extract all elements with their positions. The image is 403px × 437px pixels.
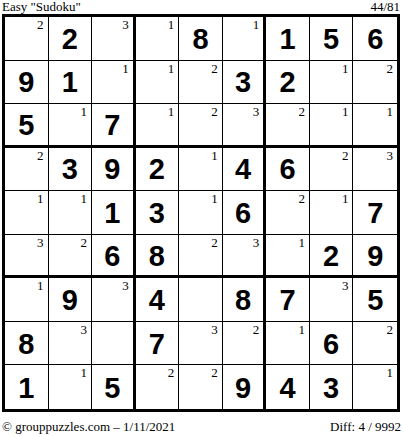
cell-r9c5[interactable]: 2: [179, 365, 223, 409]
cell-r6c2[interactable]: 2: [49, 235, 93, 279]
given-digit: 6: [353, 17, 397, 60]
pencil-mark: 1: [298, 235, 305, 251]
pencil-mark: 2: [342, 148, 349, 164]
cell-r5c1[interactable]: 1: [5, 191, 49, 235]
cell-r3c8[interactable]: 1: [310, 104, 354, 148]
cell-r6c1[interactable]: 3: [5, 235, 49, 279]
given-digit: 4: [136, 278, 179, 321]
cell-r8c9[interactable]: 2: [353, 322, 397, 366]
given-digit: 6: [223, 191, 264, 234]
cell-r5c4[interactable]: 3: [136, 191, 180, 235]
pencil-mark: 2: [168, 365, 175, 381]
given-digit: 3: [136, 191, 179, 234]
given-digit: 5: [5, 104, 48, 145]
cell-r1c6[interactable]: 1: [223, 17, 267, 61]
cell-r2c1[interactable]: 9: [5, 61, 49, 105]
cell-r6c3[interactable]: 6: [92, 235, 136, 279]
cell-r1c1[interactable]: 2: [5, 17, 49, 61]
given-digit: 8: [5, 322, 48, 365]
pencil-mark: 1: [211, 148, 218, 164]
cell-r4c1[interactable]: 2: [5, 148, 49, 192]
cell-r7c5[interactable]: [179, 278, 223, 322]
cell-r8c2[interactable]: 3: [49, 322, 93, 366]
pencil-mark: 3: [81, 322, 88, 338]
given-digit: 2: [49, 17, 92, 60]
cell-r4c3[interactable]: 9: [92, 148, 136, 192]
given-digit: 4: [223, 148, 264, 191]
sudoku-page: Easy "Sudoku" 44/81 22318115691112321251…: [0, 0, 403, 437]
cell-r5c9[interactable]: 7: [353, 191, 397, 235]
cell-r2c3[interactable]: 1: [92, 61, 136, 105]
cell-r3c1[interactable]: 5: [5, 104, 49, 148]
cell-r3c7[interactable]: 2: [266, 104, 310, 148]
pencil-mark: 1: [37, 191, 44, 207]
cell-r2c5[interactable]: 2: [179, 61, 223, 105]
cell-r6c9[interactable]: 9: [353, 235, 397, 279]
given-digit: 7: [266, 278, 309, 321]
cell-r9c1[interactable]: 1: [5, 365, 49, 409]
cell-r1c4[interactable]: 1: [136, 17, 180, 61]
given-digit: 2: [266, 61, 309, 104]
pencil-mark: 1: [168, 17, 175, 33]
given-digit: 4: [266, 365, 309, 409]
cell-r7c1[interactable]: 1: [5, 278, 49, 322]
given-digit: 6: [92, 235, 133, 276]
pencil-mark: 3: [253, 235, 260, 251]
cell-r6c8[interactable]: 2: [310, 235, 354, 279]
cell-r4c4[interactable]: 2: [136, 148, 180, 192]
progress-counter: 44/81: [370, 0, 400, 14]
cell-r3c5[interactable]: 2: [179, 104, 223, 148]
pencil-mark: 2: [211, 61, 218, 77]
pencil-mark: 1: [81, 104, 88, 120]
cell-r9c6[interactable]: 9: [223, 365, 267, 409]
pencil-mark: 1: [342, 61, 349, 77]
cell-r7c6[interactable]: 8: [223, 278, 267, 322]
page-title: Easy "Sudoku": [2, 0, 81, 14]
cell-r4c8[interactable]: 2: [310, 148, 354, 192]
cell-r4c6[interactable]: 4: [223, 148, 267, 192]
given-digit: 9: [223, 365, 264, 409]
cell-r1c8[interactable]: 5: [310, 17, 354, 61]
given-digit: 2: [310, 235, 353, 276]
cell-r8c4[interactable]: 7: [136, 322, 180, 366]
given-digit: 1: [92, 191, 133, 234]
given-digit: 9: [92, 148, 133, 191]
pencil-mark: 3: [253, 104, 260, 120]
given-digit: 9: [353, 235, 397, 276]
cell-r4c2[interactable]: 3: [49, 148, 93, 192]
pencil-mark: 2: [298, 191, 305, 207]
cell-r3c6[interactable]: 3: [223, 104, 267, 148]
pencil-mark: 1: [387, 365, 394, 381]
footer: © grouppuzzles.com – 1/11/2021 Diff: 4 /…: [0, 412, 403, 435]
cell-r6c5[interactable]: 2: [179, 235, 223, 279]
pencil-mark: 2: [211, 235, 218, 251]
cell-r1c2[interactable]: 2: [49, 17, 93, 61]
difficulty-text: Diff: 4 / 9992: [330, 419, 401, 435]
cell-r7c7[interactable]: 7: [266, 278, 310, 322]
cell-r6c4[interactable]: 8: [136, 235, 180, 279]
cell-r2c2[interactable]: 1: [49, 61, 93, 105]
pencil-mark: 1: [168, 61, 175, 77]
cell-r2c7[interactable]: 2: [266, 61, 310, 105]
cell-r3c9[interactable]: 1: [353, 104, 397, 148]
pencil-mark: 3: [122, 17, 129, 33]
copyright-text: © grouppuzzles.com – 1/11/2021: [2, 419, 175, 435]
cell-r5c5[interactable]: 1: [179, 191, 223, 235]
cell-r5c6[interactable]: 6: [223, 191, 267, 235]
given-digit: 1: [5, 365, 48, 409]
given-digit: 7: [353, 191, 397, 234]
pencil-mark: 2: [211, 104, 218, 120]
pencil-mark: 2: [211, 365, 218, 381]
pencil-mark: 1: [122, 61, 129, 77]
given-digit: 5: [353, 278, 397, 321]
cell-r7c4[interactable]: 4: [136, 278, 180, 322]
pencil-mark: 1: [37, 278, 44, 294]
given-digit: 5: [92, 365, 133, 409]
given-digit: 9: [5, 61, 48, 104]
pencil-mark: 1: [253, 17, 260, 33]
cell-r7c2[interactable]: 9: [49, 278, 93, 322]
header: Easy "Sudoku" 44/81: [0, 0, 403, 14]
pencil-mark: 2: [387, 322, 394, 338]
cell-r8c5[interactable]: 3: [179, 322, 223, 366]
cell-r5c8[interactable]: 1: [310, 191, 354, 235]
given-digit: 2: [136, 148, 179, 191]
pencil-mark: 1: [342, 104, 349, 120]
cell-r7c8[interactable]: 3: [310, 278, 354, 322]
cell-r3c3[interactable]: 7: [92, 104, 136, 148]
cell-r1c7[interactable]: 1: [266, 17, 310, 61]
pencil-mark: 1: [342, 191, 349, 207]
cell-r8c1[interactable]: 8: [5, 322, 49, 366]
sudoku-board: 2231811569111232125171232112392146231113…: [2, 14, 400, 412]
given-digit: 6: [310, 322, 353, 365]
cell-r9c9[interactable]: 1: [353, 365, 397, 409]
cell-r3c4[interactable]: 1: [136, 104, 180, 148]
given-digit: 3: [223, 61, 264, 104]
pencil-mark: 3: [342, 278, 349, 294]
given-digit: 8: [179, 17, 222, 60]
cell-r1c9[interactable]: 6: [353, 17, 397, 61]
given-digit: 9: [49, 278, 92, 321]
cell-r4c7[interactable]: 6: [266, 148, 310, 192]
given-digit: 8: [136, 235, 179, 276]
pencil-mark: 2: [37, 148, 44, 164]
given-digit: 6: [266, 148, 309, 191]
cell-r2c9[interactable]: 2: [353, 61, 397, 105]
pencil-mark: 1: [81, 191, 88, 207]
cell-r4c5[interactable]: 1: [179, 148, 223, 192]
cell-r8c7[interactable]: 1: [266, 322, 310, 366]
cell-r9c3[interactable]: 5: [92, 365, 136, 409]
pencil-mark: 3: [122, 278, 129, 294]
cell-r8c3[interactable]: [92, 322, 136, 366]
cell-r9c2[interactable]: 1: [49, 365, 93, 409]
pencil-mark: 1: [168, 104, 175, 120]
given-digit: 1: [266, 17, 309, 60]
cell-r8c8[interactable]: 6: [310, 322, 354, 366]
cell-r9c4[interactable]: 2: [136, 365, 180, 409]
cell-r8c6[interactable]: 2: [223, 322, 267, 366]
cell-r3c2[interactable]: 1: [49, 104, 93, 148]
cell-r5c7[interactable]: 2: [266, 191, 310, 235]
given-digit: 3: [310, 365, 353, 409]
pencil-mark: 2: [253, 322, 260, 338]
pencil-mark: 3: [387, 148, 394, 164]
given-digit: 7: [136, 322, 179, 365]
cell-r4c9[interactable]: 3: [353, 148, 397, 192]
pencil-mark: 2: [387, 61, 394, 77]
cell-r1c3[interactable]: 3: [92, 17, 136, 61]
cell-r5c3[interactable]: 1: [92, 191, 136, 235]
cell-r7c9[interactable]: 5: [353, 278, 397, 322]
cell-r2c6[interactable]: 3: [223, 61, 267, 105]
pencil-mark: 3: [37, 235, 44, 251]
given-digit: 5: [310, 17, 353, 60]
pencil-mark: 1: [211, 191, 218, 207]
given-digit: 8: [223, 278, 264, 321]
pencil-mark: 2: [81, 235, 88, 251]
cell-r5c2[interactable]: 1: [49, 191, 93, 235]
cell-r1c5[interactable]: 8: [179, 17, 223, 61]
cell-r2c4[interactable]: 1: [136, 61, 180, 105]
pencil-mark: 1: [81, 365, 88, 381]
given-digit: 7: [92, 104, 133, 145]
cell-r7c3[interactable]: 3: [92, 278, 136, 322]
pencil-mark: 1: [387, 104, 394, 120]
cell-r6c6[interactable]: 3: [223, 235, 267, 279]
cell-r6c7[interactable]: 1: [266, 235, 310, 279]
pencil-mark: 1: [298, 322, 305, 338]
given-digit: 3: [49, 148, 92, 191]
cell-r9c8[interactable]: 3: [310, 365, 354, 409]
cell-r9c7[interactable]: 4: [266, 365, 310, 409]
given-digit: 1: [49, 61, 92, 104]
pencil-mark: 3: [211, 322, 218, 338]
pencil-mark: 2: [37, 17, 44, 33]
cell-r2c8[interactable]: 1: [310, 61, 354, 105]
pencil-mark: 2: [298, 104, 305, 120]
